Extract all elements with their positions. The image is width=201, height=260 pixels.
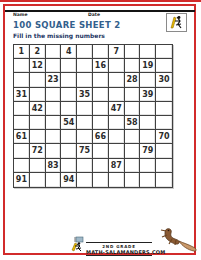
grid-cell-empty[interactable] bbox=[77, 59, 93, 73]
header-divider-line bbox=[5, 10, 195, 12]
grid-cell-filled: 61 bbox=[14, 130, 30, 144]
grid-cell-empty[interactable] bbox=[140, 73, 156, 87]
grid-cell-empty[interactable] bbox=[14, 159, 30, 173]
grid-cell-empty[interactable] bbox=[109, 116, 125, 130]
grid-cell-filled: 83 bbox=[46, 159, 62, 173]
grid-cell-empty[interactable] bbox=[140, 173, 156, 187]
math-salamanders-logo-icon bbox=[166, 13, 187, 32]
grid-cell-filled: 66 bbox=[93, 130, 109, 144]
grid-cell-filled: 28 bbox=[125, 73, 141, 87]
grid-cell-empty[interactable] bbox=[140, 45, 156, 59]
grid-cell-empty[interactable] bbox=[46, 144, 62, 158]
grid-cell-empty[interactable] bbox=[93, 88, 109, 102]
grid-cell-empty[interactable] bbox=[109, 88, 125, 102]
grid-cell-filled: 31 bbox=[14, 88, 30, 102]
grid-cell-empty[interactable] bbox=[109, 144, 125, 158]
grid-cell-empty[interactable] bbox=[61, 144, 77, 158]
grid-cell-empty[interactable] bbox=[61, 59, 77, 73]
grid-cell-filled: 75 bbox=[77, 144, 93, 158]
math-salamanders-footer-logo-icon bbox=[70, 236, 84, 256]
grid-cell-empty[interactable] bbox=[156, 102, 172, 116]
grid-cell-empty[interactable] bbox=[61, 130, 77, 144]
grid-cell-empty[interactable] bbox=[93, 116, 109, 130]
grid-cell-empty[interactable] bbox=[46, 102, 62, 116]
grid-cell-empty[interactable] bbox=[93, 173, 109, 187]
grid-cell-filled: 7 bbox=[109, 45, 125, 59]
grid-cell-empty[interactable] bbox=[93, 144, 109, 158]
grid-cell-empty[interactable] bbox=[125, 159, 141, 173]
grid-cell-empty[interactable] bbox=[77, 159, 93, 173]
grid-cell-empty[interactable] bbox=[109, 73, 125, 87]
grid-cell-empty[interactable] bbox=[93, 102, 109, 116]
grid-cell-empty[interactable] bbox=[30, 88, 46, 102]
footer-text-block: 2ND GRADE MATH-SALAMANDERS.COM bbox=[86, 242, 152, 257]
grid-cell-filled: 1 bbox=[14, 45, 30, 59]
grid-cell-empty[interactable] bbox=[125, 173, 141, 187]
grid-cell-empty[interactable] bbox=[140, 102, 156, 116]
grid-cell-empty[interactable] bbox=[46, 116, 62, 130]
grid-cell-filled: 39 bbox=[140, 88, 156, 102]
grid-cell-empty[interactable] bbox=[156, 59, 172, 73]
grid-cell-filled: 4 bbox=[61, 45, 77, 59]
grid-cell-empty[interactable] bbox=[125, 102, 141, 116]
grid-cell-empty[interactable] bbox=[30, 130, 46, 144]
grid-cell-empty[interactable] bbox=[109, 173, 125, 187]
grid-cell-filled: 72 bbox=[30, 144, 46, 158]
grid-cell-empty[interactable] bbox=[93, 159, 109, 173]
grid-cell-filled: 94 bbox=[61, 173, 77, 187]
grid-cell-empty[interactable] bbox=[77, 116, 93, 130]
grid-cell-empty[interactable] bbox=[14, 59, 30, 73]
grid-cell-empty[interactable] bbox=[93, 45, 109, 59]
grid-cell-filled: 12 bbox=[30, 59, 46, 73]
grid-cell-empty[interactable] bbox=[140, 130, 156, 144]
grid-cell-empty[interactable] bbox=[156, 144, 172, 158]
footer: 2ND GRADE MATH-SALAMANDERS.COM bbox=[70, 236, 152, 256]
grid-cell-empty[interactable] bbox=[77, 130, 93, 144]
grid-cell-filled: 91 bbox=[14, 173, 30, 187]
site-label[interactable]: MATH-SALAMANDERS.COM bbox=[86, 249, 152, 257]
grid-cell-filled: 70 bbox=[156, 130, 172, 144]
top-red-strip bbox=[0, 0, 201, 2]
grid-cell-empty[interactable] bbox=[77, 102, 93, 116]
grid-cell-empty[interactable] bbox=[46, 173, 62, 187]
grid-cell-empty[interactable] bbox=[77, 45, 93, 59]
grid-cell-empty[interactable] bbox=[125, 88, 141, 102]
grid-cell-empty[interactable] bbox=[156, 173, 172, 187]
grid-cell-empty[interactable] bbox=[14, 144, 30, 158]
grid-cell-empty[interactable] bbox=[125, 59, 141, 73]
grid-cell-filled: 16 bbox=[93, 59, 109, 73]
page-title: 100 SQUARE SHEET 2 bbox=[13, 20, 121, 30]
grid-cell-empty[interactable] bbox=[140, 159, 156, 173]
grid-cell-empty[interactable] bbox=[61, 73, 77, 87]
grid-cell-empty[interactable] bbox=[156, 45, 172, 59]
grid-cell-filled: 54 bbox=[61, 116, 77, 130]
grid-cell-empty[interactable] bbox=[30, 159, 46, 173]
grid-cell-filled: 19 bbox=[140, 59, 156, 73]
grid-cell-empty[interactable] bbox=[125, 45, 141, 59]
grid-cell-empty[interactable] bbox=[93, 73, 109, 87]
grid-cell-empty[interactable] bbox=[30, 173, 46, 187]
name-label: Name bbox=[13, 12, 28, 17]
grid-cell-empty[interactable] bbox=[30, 73, 46, 87]
grid-cell-filled: 35 bbox=[77, 88, 93, 102]
grid-cell-empty[interactable] bbox=[156, 88, 172, 102]
grid-cell-empty[interactable] bbox=[61, 102, 77, 116]
grid-cell-empty[interactable] bbox=[14, 73, 30, 87]
grid-cell-empty[interactable] bbox=[109, 59, 125, 73]
grid-cell-empty[interactable] bbox=[140, 116, 156, 130]
grid-cell-empty[interactable] bbox=[125, 130, 141, 144]
date-label: Date bbox=[88, 12, 100, 17]
grid-cell-filled: 42 bbox=[30, 102, 46, 116]
grid-cell-empty[interactable] bbox=[77, 73, 93, 87]
grid-cell-empty[interactable] bbox=[46, 130, 62, 144]
number-grid: 1247121619232830313539424754586166707275… bbox=[13, 44, 173, 188]
grid-cell-filled: 2 bbox=[30, 45, 46, 59]
grid-cell-empty[interactable] bbox=[30, 116, 46, 130]
grid-cell-filled: 23 bbox=[46, 73, 62, 87]
grid-cell-empty[interactable] bbox=[14, 102, 30, 116]
page-subtitle: Fill in the missing numbers bbox=[13, 32, 105, 39]
grid-cell-filled: 30 bbox=[156, 73, 172, 87]
grid-cell-filled: 87 bbox=[109, 159, 125, 173]
grid-cell-filled: 58 bbox=[125, 116, 141, 130]
grid-cell-empty[interactable] bbox=[46, 59, 62, 73]
grid-cell-empty[interactable] bbox=[61, 159, 77, 173]
grid-cell-filled: 47 bbox=[109, 102, 125, 116]
grid-cell-empty[interactable] bbox=[46, 45, 62, 59]
grid-cell-filled: 79 bbox=[140, 144, 156, 158]
grid-cell-empty[interactable] bbox=[77, 173, 93, 187]
salamander-illustration bbox=[155, 226, 199, 258]
grid-cell-empty[interactable] bbox=[109, 130, 125, 144]
grid-cell-empty[interactable] bbox=[156, 116, 172, 130]
grid-cell-empty[interactable] bbox=[156, 159, 172, 173]
grid-cell-empty[interactable] bbox=[125, 144, 141, 158]
grid-cell-empty[interactable] bbox=[46, 88, 62, 102]
grid-cell-empty[interactable] bbox=[61, 88, 77, 102]
grid-cell-empty[interactable] bbox=[14, 116, 30, 130]
